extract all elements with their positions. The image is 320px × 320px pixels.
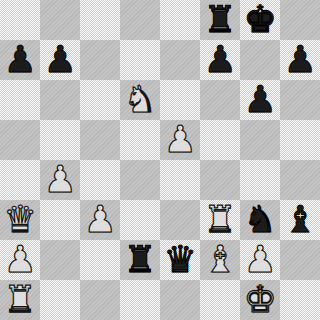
square-a6[interactable]: [0, 80, 40, 120]
square-f1[interactable]: [200, 280, 240, 320]
square-e4[interactable]: [160, 160, 200, 200]
square-g3[interactable]: ♞: [240, 200, 280, 240]
black-pawn-piece[interactable]: ♟: [243, 80, 276, 120]
square-e2[interactable]: ♛: [160, 240, 200, 280]
square-d4[interactable]: [120, 160, 160, 200]
square-g8[interactable]: ♚: [240, 0, 280, 40]
square-g4[interactable]: [240, 160, 280, 200]
square-a1[interactable]: ♜: [0, 280, 40, 320]
square-e7[interactable]: [160, 40, 200, 80]
square-a2[interactable]: ♟: [0, 240, 40, 280]
square-c4[interactable]: [80, 160, 120, 200]
square-e6[interactable]: [160, 80, 200, 120]
black-knight-piece[interactable]: ♞: [243, 200, 276, 240]
white-rook-piece[interactable]: ♜: [203, 200, 236, 240]
square-b3[interactable]: [40, 200, 80, 240]
square-a7[interactable]: ♟: [0, 40, 40, 80]
square-d1[interactable]: [120, 280, 160, 320]
square-c8[interactable]: [80, 0, 120, 40]
white-knight-piece[interactable]: ♞: [123, 80, 156, 120]
square-g1[interactable]: ♚: [240, 280, 280, 320]
black-bishop-piece[interactable]: ♝: [283, 200, 316, 240]
square-h1[interactable]: [280, 280, 320, 320]
square-f7[interactable]: ♟: [200, 40, 240, 80]
square-g5[interactable]: [240, 120, 280, 160]
square-a4[interactable]: [0, 160, 40, 200]
square-g6[interactable]: ♟: [240, 80, 280, 120]
square-g7[interactable]: [240, 40, 280, 80]
square-e1[interactable]: [160, 280, 200, 320]
white-pawn-piece[interactable]: ♟: [3, 240, 36, 280]
black-rook-piece[interactable]: ♜: [123, 240, 156, 280]
white-rook-piece[interactable]: ♜: [3, 280, 36, 320]
square-f2[interactable]: ♝: [200, 240, 240, 280]
square-b7[interactable]: ♟: [40, 40, 80, 80]
square-a3[interactable]: ♛: [0, 200, 40, 240]
square-f5[interactable]: [200, 120, 240, 160]
square-e5[interactable]: ♟: [160, 120, 200, 160]
square-b2[interactable]: [40, 240, 80, 280]
square-d6[interactable]: ♞: [120, 80, 160, 120]
square-h2[interactable]: [280, 240, 320, 280]
square-h3[interactable]: ♝: [280, 200, 320, 240]
square-h8[interactable]: [280, 0, 320, 40]
square-a5[interactable]: [0, 120, 40, 160]
square-f6[interactable]: [200, 80, 240, 120]
square-f4[interactable]: [200, 160, 240, 200]
square-c1[interactable]: [80, 280, 120, 320]
black-pawn-piece[interactable]: ♟: [283, 40, 316, 80]
square-d3[interactable]: [120, 200, 160, 240]
white-pawn-piece[interactable]: ♟: [163, 120, 196, 160]
square-c6[interactable]: [80, 80, 120, 120]
white-bishop-piece[interactable]: ♝: [203, 240, 236, 280]
square-e8[interactable]: [160, 0, 200, 40]
black-king-piece[interactable]: ♚: [243, 0, 276, 40]
white-queen-piece[interactable]: ♛: [3, 200, 36, 240]
square-a8[interactable]: [0, 0, 40, 40]
square-h4[interactable]: [280, 160, 320, 200]
square-h6[interactable]: [280, 80, 320, 120]
square-f8[interactable]: ♜: [200, 0, 240, 40]
square-b4[interactable]: ♟: [40, 160, 80, 200]
black-pawn-piece[interactable]: ♟: [43, 40, 76, 80]
square-f3[interactable]: ♜: [200, 200, 240, 240]
black-queen-piece[interactable]: ♛: [163, 240, 196, 280]
square-c2[interactable]: [80, 240, 120, 280]
square-d5[interactable]: [120, 120, 160, 160]
black-pawn-piece[interactable]: ♟: [203, 40, 236, 80]
square-d7[interactable]: [120, 40, 160, 80]
square-d8[interactable]: [120, 0, 160, 40]
chess-board: ♜♚♟♟♟♟♞♟♟♟♛♟♜♞♝♟♜♛♝♟♜♚: [0, 0, 320, 320]
black-rook-piece[interactable]: ♜: [203, 0, 236, 40]
white-king-piece[interactable]: ♚: [243, 280, 276, 320]
square-e3[interactable]: [160, 200, 200, 240]
square-b1[interactable]: [40, 280, 80, 320]
square-b5[interactable]: [40, 120, 80, 160]
square-h5[interactable]: [280, 120, 320, 160]
square-b6[interactable]: [40, 80, 80, 120]
square-g2[interactable]: ♟: [240, 240, 280, 280]
white-pawn-piece[interactable]: ♟: [243, 240, 276, 280]
black-pawn-piece[interactable]: ♟: [3, 40, 36, 80]
square-c3[interactable]: ♟: [80, 200, 120, 240]
square-c7[interactable]: [80, 40, 120, 80]
square-b8[interactable]: [40, 0, 80, 40]
square-c5[interactable]: [80, 120, 120, 160]
white-pawn-piece[interactable]: ♟: [83, 200, 116, 240]
square-h7[interactable]: ♟: [280, 40, 320, 80]
square-d2[interactable]: ♜: [120, 240, 160, 280]
white-pawn-piece[interactable]: ♟: [43, 160, 76, 200]
